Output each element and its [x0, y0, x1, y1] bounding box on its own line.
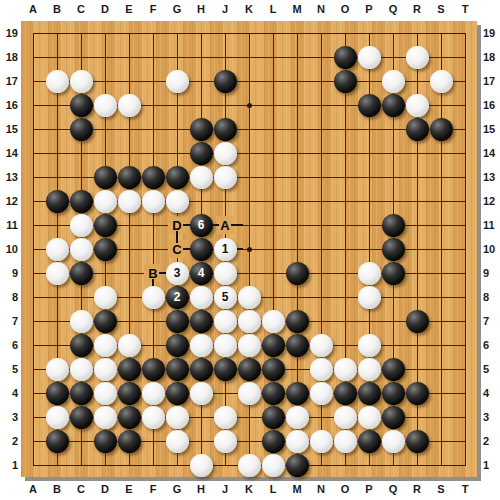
- intersection[interactable]: [261, 333, 285, 357]
- intersection[interactable]: [333, 189, 357, 213]
- intersection[interactable]: [237, 189, 261, 213]
- white-stone[interactable]: [214, 406, 237, 429]
- intersection[interactable]: [381, 189, 405, 213]
- intersection[interactable]: [21, 45, 45, 69]
- intersection[interactable]: [333, 21, 357, 45]
- intersection[interactable]: [285, 69, 309, 93]
- intersection[interactable]: [141, 189, 165, 213]
- black-stone[interactable]: [286, 310, 309, 333]
- intersection[interactable]: [213, 117, 237, 141]
- intersection[interactable]: [309, 429, 333, 453]
- intersection[interactable]: [165, 357, 189, 381]
- intersection[interactable]: [357, 261, 381, 285]
- intersection[interactable]: [261, 69, 285, 93]
- intersection[interactable]: [45, 213, 69, 237]
- intersection[interactable]: [93, 309, 117, 333]
- intersection[interactable]: [309, 45, 333, 69]
- intersection[interactable]: [309, 381, 333, 405]
- black-stone[interactable]: [382, 406, 405, 429]
- intersection[interactable]: [357, 69, 381, 93]
- white-stone[interactable]: [94, 94, 117, 117]
- intersection[interactable]: [357, 93, 381, 117]
- white-stone[interactable]: [94, 286, 117, 309]
- intersection[interactable]: [309, 309, 333, 333]
- black-stone[interactable]: [382, 214, 405, 237]
- white-stone[interactable]: [214, 166, 237, 189]
- black-stone[interactable]: [166, 358, 189, 381]
- intersection[interactable]: [453, 237, 477, 261]
- intersection[interactable]: [69, 21, 93, 45]
- black-stone[interactable]: [94, 310, 117, 333]
- intersection[interactable]: [357, 141, 381, 165]
- intersection[interactable]: [69, 45, 93, 69]
- intersection[interactable]: [261, 117, 285, 141]
- intersection[interactable]: [429, 333, 453, 357]
- intersection[interactable]: [405, 309, 429, 333]
- intersection[interactable]: [381, 165, 405, 189]
- intersection[interactable]: [141, 117, 165, 141]
- intersection[interactable]: [141, 405, 165, 429]
- intersection[interactable]: [333, 357, 357, 381]
- intersection[interactable]: [45, 21, 69, 45]
- intersection[interactable]: [165, 117, 189, 141]
- intersection[interactable]: 4: [189, 261, 213, 285]
- black-stone[interactable]: [190, 118, 213, 141]
- white-stone[interactable]: [94, 358, 117, 381]
- intersection[interactable]: [429, 141, 453, 165]
- intersection[interactable]: [69, 309, 93, 333]
- intersection[interactable]: [357, 429, 381, 453]
- white-stone[interactable]: [190, 166, 213, 189]
- white-stone[interactable]: [286, 430, 309, 453]
- intersection[interactable]: [117, 141, 141, 165]
- intersection[interactable]: [189, 237, 213, 261]
- intersection[interactable]: [381, 21, 405, 45]
- intersection[interactable]: [117, 309, 141, 333]
- intersection[interactable]: [69, 381, 93, 405]
- black-stone[interactable]: [166, 334, 189, 357]
- intersection[interactable]: [285, 381, 309, 405]
- intersection[interactable]: [261, 429, 285, 453]
- black-stone[interactable]: [70, 94, 93, 117]
- intersection[interactable]: [165, 405, 189, 429]
- intersection[interactable]: [45, 309, 69, 333]
- intersection[interactable]: [429, 405, 453, 429]
- intersection[interactable]: D: [165, 213, 189, 237]
- intersection[interactable]: [405, 21, 429, 45]
- intersection[interactable]: [405, 93, 429, 117]
- white-stone[interactable]: [310, 334, 333, 357]
- intersection[interactable]: [261, 165, 285, 189]
- white-stone[interactable]: [142, 286, 165, 309]
- intersection[interactable]: [333, 405, 357, 429]
- intersection[interactable]: [429, 45, 453, 69]
- black-stone[interactable]: [70, 334, 93, 357]
- black-stone[interactable]: [94, 214, 117, 237]
- intersection[interactable]: [357, 117, 381, 141]
- intersection[interactable]: A: [213, 213, 237, 237]
- intersection[interactable]: [261, 237, 285, 261]
- intersection[interactable]: [93, 237, 117, 261]
- intersection[interactable]: 2: [165, 285, 189, 309]
- intersection[interactable]: [21, 357, 45, 381]
- white-stone[interactable]: [166, 190, 189, 213]
- intersection[interactable]: [333, 213, 357, 237]
- intersection[interactable]: [21, 333, 45, 357]
- intersection[interactable]: [189, 309, 213, 333]
- intersection[interactable]: [453, 405, 477, 429]
- intersection[interactable]: [237, 405, 261, 429]
- intersection[interactable]: [117, 213, 141, 237]
- intersection[interactable]: [453, 453, 477, 477]
- intersection[interactable]: [429, 453, 453, 477]
- white-stone[interactable]: [334, 430, 357, 453]
- intersection[interactable]: [381, 141, 405, 165]
- black-stone[interactable]: [334, 70, 357, 93]
- intersection[interactable]: [213, 189, 237, 213]
- intersection[interactable]: [453, 357, 477, 381]
- intersection[interactable]: [405, 213, 429, 237]
- intersection[interactable]: [405, 189, 429, 213]
- intersection[interactable]: [405, 285, 429, 309]
- intersection[interactable]: [21, 405, 45, 429]
- intersection[interactable]: [405, 69, 429, 93]
- intersection[interactable]: [381, 261, 405, 285]
- white-stone[interactable]: [214, 262, 237, 285]
- white-stone-numbered[interactable]: 1: [214, 238, 237, 261]
- intersection[interactable]: [117, 261, 141, 285]
- black-stone[interactable]: [286, 262, 309, 285]
- intersection[interactable]: [21, 381, 45, 405]
- intersection[interactable]: [189, 69, 213, 93]
- intersection[interactable]: 6: [189, 213, 213, 237]
- intersection[interactable]: [285, 261, 309, 285]
- intersection[interactable]: [117, 453, 141, 477]
- intersection[interactable]: [405, 405, 429, 429]
- black-stone[interactable]: [382, 358, 405, 381]
- intersection[interactable]: [453, 309, 477, 333]
- intersection[interactable]: [309, 333, 333, 357]
- intersection[interactable]: [261, 21, 285, 45]
- intersection[interactable]: [93, 381, 117, 405]
- white-stone[interactable]: [214, 310, 237, 333]
- black-stone[interactable]: [382, 94, 405, 117]
- intersection[interactable]: [333, 141, 357, 165]
- black-stone[interactable]: [70, 406, 93, 429]
- intersection[interactable]: [309, 237, 333, 261]
- intersection[interactable]: C: [165, 237, 189, 261]
- white-stone-numbered[interactable]: 5: [214, 286, 237, 309]
- intersection[interactable]: [141, 165, 165, 189]
- intersection[interactable]: [93, 45, 117, 69]
- intersection[interactable]: [21, 453, 45, 477]
- white-stone[interactable]: [190, 286, 213, 309]
- intersection[interactable]: [165, 21, 189, 45]
- black-stone[interactable]: [46, 382, 69, 405]
- white-stone[interactable]: [142, 406, 165, 429]
- intersection[interactable]: [213, 429, 237, 453]
- intersection[interactable]: [333, 237, 357, 261]
- intersection[interactable]: [69, 237, 93, 261]
- black-stone[interactable]: [382, 382, 405, 405]
- intersection[interactable]: [285, 165, 309, 189]
- intersection[interactable]: [189, 45, 213, 69]
- black-stone[interactable]: [190, 358, 213, 381]
- intersection[interactable]: [357, 213, 381, 237]
- intersection[interactable]: [405, 45, 429, 69]
- intersection[interactable]: [21, 285, 45, 309]
- intersection[interactable]: [141, 213, 165, 237]
- intersection[interactable]: [429, 93, 453, 117]
- intersection[interactable]: [141, 453, 165, 477]
- intersection[interactable]: [141, 333, 165, 357]
- intersection[interactable]: [381, 453, 405, 477]
- intersection[interactable]: [165, 333, 189, 357]
- white-stone[interactable]: [94, 334, 117, 357]
- intersection[interactable]: [429, 237, 453, 261]
- intersection[interactable]: [165, 189, 189, 213]
- intersection[interactable]: [189, 333, 213, 357]
- intersection[interactable]: [69, 453, 93, 477]
- intersection[interactable]: [237, 237, 261, 261]
- intersection[interactable]: [381, 333, 405, 357]
- intersection[interactable]: [93, 165, 117, 189]
- intersection[interactable]: [93, 141, 117, 165]
- intersection[interactable]: [69, 141, 93, 165]
- intersection[interactable]: [285, 213, 309, 237]
- intersection[interactable]: [165, 69, 189, 93]
- white-stone[interactable]: [382, 430, 405, 453]
- intersection[interactable]: [45, 381, 69, 405]
- intersection[interactable]: [237, 45, 261, 69]
- black-stone[interactable]: [214, 70, 237, 93]
- intersection[interactable]: [45, 429, 69, 453]
- intersection[interactable]: [21, 141, 45, 165]
- intersection[interactable]: [69, 213, 93, 237]
- intersection[interactable]: [141, 69, 165, 93]
- black-stone[interactable]: [46, 190, 69, 213]
- intersection[interactable]: [69, 165, 93, 189]
- intersection[interactable]: [261, 453, 285, 477]
- black-stone[interactable]: [118, 166, 141, 189]
- intersection[interactable]: [261, 93, 285, 117]
- intersection[interactable]: [285, 405, 309, 429]
- intersection[interactable]: [21, 309, 45, 333]
- intersection[interactable]: [21, 261, 45, 285]
- intersection[interactable]: [357, 285, 381, 309]
- white-stone[interactable]: [142, 382, 165, 405]
- intersection[interactable]: [45, 189, 69, 213]
- intersection[interactable]: [189, 117, 213, 141]
- intersection[interactable]: [429, 69, 453, 93]
- intersection[interactable]: [45, 357, 69, 381]
- intersection[interactable]: [333, 309, 357, 333]
- intersection[interactable]: [453, 21, 477, 45]
- black-stone[interactable]: [406, 430, 429, 453]
- intersection[interactable]: [453, 69, 477, 93]
- intersection[interactable]: [429, 21, 453, 45]
- intersection[interactable]: [45, 117, 69, 141]
- white-stone[interactable]: [190, 334, 213, 357]
- intersection[interactable]: [429, 165, 453, 189]
- intersection[interactable]: [429, 117, 453, 141]
- intersection[interactable]: [213, 141, 237, 165]
- intersection[interactable]: [453, 141, 477, 165]
- white-stone[interactable]: [46, 70, 69, 93]
- intersection[interactable]: [405, 333, 429, 357]
- intersection[interactable]: [357, 21, 381, 45]
- white-stone[interactable]: [190, 382, 213, 405]
- intersection[interactable]: [453, 285, 477, 309]
- intersection[interactable]: [237, 69, 261, 93]
- intersection[interactable]: [357, 189, 381, 213]
- intersection[interactable]: [381, 405, 405, 429]
- black-stone[interactable]: [406, 310, 429, 333]
- intersection[interactable]: [213, 309, 237, 333]
- intersection[interactable]: [165, 429, 189, 453]
- intersection[interactable]: [237, 141, 261, 165]
- black-stone[interactable]: [286, 382, 309, 405]
- intersection[interactable]: [237, 21, 261, 45]
- intersection[interactable]: [333, 453, 357, 477]
- white-stone[interactable]: [262, 310, 285, 333]
- black-stone[interactable]: [94, 166, 117, 189]
- intersection[interactable]: [453, 333, 477, 357]
- black-stone[interactable]: [382, 262, 405, 285]
- intersection[interactable]: [405, 237, 429, 261]
- intersection[interactable]: [21, 21, 45, 45]
- intersection[interactable]: [45, 141, 69, 165]
- intersection[interactable]: [333, 45, 357, 69]
- intersection[interactable]: [165, 453, 189, 477]
- intersection[interactable]: [261, 357, 285, 381]
- black-stone[interactable]: [334, 46, 357, 69]
- intersection[interactable]: [117, 285, 141, 309]
- intersection[interactable]: [213, 93, 237, 117]
- intersection[interactable]: [117, 165, 141, 189]
- intersection[interactable]: [141, 357, 165, 381]
- intersection[interactable]: [117, 93, 141, 117]
- intersection[interactable]: [429, 309, 453, 333]
- intersection[interactable]: [381, 429, 405, 453]
- intersection[interactable]: [237, 429, 261, 453]
- intersection[interactable]: [45, 165, 69, 189]
- intersection[interactable]: [45, 45, 69, 69]
- go-board[interactable]: D6AC1B3425: [21, 21, 477, 477]
- intersection[interactable]: [357, 237, 381, 261]
- intersection[interactable]: [189, 453, 213, 477]
- intersection[interactable]: [117, 381, 141, 405]
- white-stone[interactable]: [70, 310, 93, 333]
- intersection[interactable]: [69, 93, 93, 117]
- intersection[interactable]: [405, 141, 429, 165]
- white-stone-numbered[interactable]: 3: [166, 262, 189, 285]
- intersection[interactable]: [21, 93, 45, 117]
- intersection[interactable]: [357, 165, 381, 189]
- intersection[interactable]: [453, 429, 477, 453]
- intersection[interactable]: [189, 141, 213, 165]
- intersection[interactable]: [141, 21, 165, 45]
- intersection[interactable]: [141, 309, 165, 333]
- intersection[interactable]: [189, 93, 213, 117]
- intersection[interactable]: [285, 21, 309, 45]
- white-stone[interactable]: [118, 190, 141, 213]
- intersection[interactable]: [189, 165, 213, 189]
- white-stone[interactable]: [46, 358, 69, 381]
- intersection[interactable]: [69, 357, 93, 381]
- intersection[interactable]: [213, 405, 237, 429]
- intersection[interactable]: [165, 141, 189, 165]
- black-stone[interactable]: [190, 238, 213, 261]
- intersection[interactable]: [333, 93, 357, 117]
- intersection[interactable]: [333, 261, 357, 285]
- intersection[interactable]: [453, 165, 477, 189]
- intersection[interactable]: [381, 381, 405, 405]
- intersection[interactable]: [21, 237, 45, 261]
- intersection[interactable]: [21, 189, 45, 213]
- white-stone[interactable]: [94, 190, 117, 213]
- white-stone[interactable]: [166, 430, 189, 453]
- white-stone[interactable]: [310, 382, 333, 405]
- white-stone[interactable]: [262, 454, 285, 477]
- intersection[interactable]: [93, 357, 117, 381]
- intersection[interactable]: [309, 69, 333, 93]
- black-stone[interactable]: [214, 358, 237, 381]
- white-stone[interactable]: [358, 334, 381, 357]
- intersection[interactable]: [285, 117, 309, 141]
- intersection[interactable]: [429, 357, 453, 381]
- intersection[interactable]: [45, 333, 69, 357]
- intersection[interactable]: [381, 285, 405, 309]
- intersection[interactable]: [213, 45, 237, 69]
- intersection[interactable]: [93, 93, 117, 117]
- white-stone[interactable]: [334, 358, 357, 381]
- intersection[interactable]: 1: [213, 237, 237, 261]
- white-stone[interactable]: [358, 262, 381, 285]
- black-stone[interactable]: [286, 334, 309, 357]
- intersection[interactable]: [213, 453, 237, 477]
- intersection[interactable]: [357, 309, 381, 333]
- intersection[interactable]: [117, 117, 141, 141]
- black-stone[interactable]: [382, 238, 405, 261]
- intersection[interactable]: [285, 357, 309, 381]
- intersection[interactable]: [93, 69, 117, 93]
- intersection[interactable]: [237, 285, 261, 309]
- intersection[interactable]: [93, 261, 117, 285]
- intersection[interactable]: [165, 381, 189, 405]
- intersection[interactable]: [309, 93, 333, 117]
- intersection[interactable]: [69, 69, 93, 93]
- white-stone[interactable]: [430, 70, 453, 93]
- intersection[interactable]: [309, 285, 333, 309]
- intersection[interactable]: [333, 165, 357, 189]
- intersection[interactable]: [213, 357, 237, 381]
- black-stone[interactable]: [262, 382, 285, 405]
- intersection[interactable]: [141, 429, 165, 453]
- intersection[interactable]: [69, 429, 93, 453]
- intersection[interactable]: [213, 21, 237, 45]
- intersection[interactable]: [165, 165, 189, 189]
- white-stone[interactable]: [118, 334, 141, 357]
- black-stone[interactable]: [94, 430, 117, 453]
- intersection[interactable]: [237, 453, 261, 477]
- black-stone[interactable]: [262, 358, 285, 381]
- white-stone[interactable]: [286, 406, 309, 429]
- intersection[interactable]: [165, 309, 189, 333]
- intersection[interactable]: [285, 453, 309, 477]
- intersection[interactable]: [237, 213, 261, 237]
- white-stone[interactable]: [358, 46, 381, 69]
